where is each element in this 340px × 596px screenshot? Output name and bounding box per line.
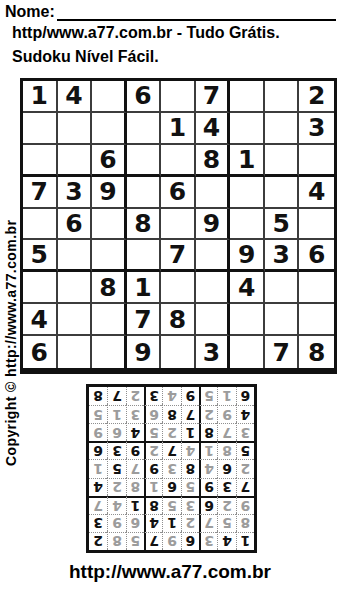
puzzle-cell-r3c2[interactable] [58, 145, 93, 177]
puzzle-cell-r5c2[interactable]: 6 [58, 209, 93, 241]
solution-cell-r4c9: 4 [89, 478, 107, 496]
puzzle-cell-r1c9[interactable]: 2 [299, 81, 334, 113]
solution-cell-r4c4: 5 [181, 478, 199, 496]
solution-cell-r6c4: 4 [181, 441, 199, 459]
name-label: Nome: [5, 2, 55, 21]
puzzle-cell-r8c9[interactable] [299, 304, 334, 336]
puzzle-cell-r8c4[interactable]: 7 [127, 304, 162, 336]
solution-cell-r5c8: 5 [107, 459, 125, 477]
solution-cell-r4c6: 1 [144, 478, 162, 496]
solution-cell-r2c2: 5 [217, 514, 235, 532]
solution-cell-r5c7: 7 [126, 459, 144, 477]
solution-cell-r2c9: 3 [89, 514, 107, 532]
puzzle-cell-r6c6[interactable] [196, 240, 231, 272]
solution-cell-r4c2: 3 [217, 478, 235, 496]
solution-cell-r7c1: 3 [236, 423, 254, 441]
puzzle-cell-r1c1[interactable]: 1 [23, 81, 58, 113]
solution-cell-r1c5: 9 [162, 532, 180, 550]
puzzle-cell-r3c3[interactable]: 6 [92, 145, 127, 177]
name-row: Nome: [5, 2, 336, 21]
solution-cell-r4c8: 2 [107, 478, 125, 496]
solution-cell-r5c2: 6 [217, 459, 235, 477]
puzzle-cell-r4c2[interactable]: 3 [58, 177, 93, 209]
solution-cell-r8c6: 6 [144, 405, 162, 423]
puzzle-cell-r1c7[interactable] [230, 81, 265, 113]
puzzle-cell-r5c3[interactable] [92, 209, 127, 241]
solution-cell-r1c3: 3 [199, 532, 217, 550]
solution-cell-r5c4: 8 [181, 459, 199, 477]
puzzle-cell-r8c7[interactable] [230, 304, 265, 336]
solution-cell-r8c8: 1 [107, 405, 125, 423]
solution-cell-r3c8: 4 [107, 496, 125, 514]
puzzle-cell-r8c5[interactable]: 8 [161, 304, 196, 336]
solution-cell-r6c5: 7 [162, 441, 180, 459]
solution-cell-r1c6: 7 [144, 532, 162, 550]
puzzle-cell-r7c6[interactable] [196, 272, 231, 304]
puzzle-cell-r7c4[interactable]: 1 [127, 272, 162, 304]
puzzle-cell-r2c8[interactable] [265, 113, 300, 145]
solution-cell-r2c1: 8 [236, 514, 254, 532]
puzzle-cell-r5c8[interactable]: 5 [265, 209, 300, 241]
solution-cell-r4c1: 7 [236, 478, 254, 496]
solution-cell-r8c5: 8 [162, 405, 180, 423]
puzzle-cell-r7c8[interactable] [265, 272, 300, 304]
puzzle-cell-r6c8[interactable]: 3 [265, 240, 300, 272]
solution-cell-r9c6: 3 [144, 387, 162, 405]
puzzle-cell-r3c9[interactable] [299, 145, 334, 177]
puzzle-cell-r9c4[interactable]: 9 [127, 336, 162, 368]
puzzle-cell-r3c4[interactable] [127, 145, 162, 177]
solution-cell-r9c1: 6 [236, 387, 254, 405]
puzzle-cell-r3c8[interactable] [265, 145, 300, 177]
solution-cell-r8c3: 2 [199, 405, 217, 423]
solution-cell-r6c1: 5 [236, 441, 254, 459]
solution-cell-r1c4: 6 [181, 532, 199, 550]
puzzle-level-title: Sudoku Nível Fácil. [12, 48, 159, 66]
puzzle-cell-r5c9[interactable] [299, 209, 334, 241]
solution-cell-r7c4: 1 [181, 423, 199, 441]
puzzle-cell-r2c1[interactable] [23, 113, 58, 145]
puzzle-cell-r8c8[interactable] [265, 304, 300, 336]
puzzle-cell-r7c5[interactable] [161, 272, 196, 304]
solution-cell-r5c5: 3 [162, 459, 180, 477]
solution-cell-r9c2: 1 [217, 387, 235, 405]
puzzle-cell-r9c8[interactable]: 7 [265, 336, 300, 368]
solution-cell-r6c8: 3 [107, 441, 125, 459]
solution-cell-r1c2: 4 [217, 532, 235, 550]
solution-cell-r8c2: 9 [217, 405, 235, 423]
puzzle-cell-r9c3[interactable] [92, 336, 127, 368]
solution-cell-r2c4: 2 [181, 514, 199, 532]
solution-cell-r9c3: 5 [199, 387, 217, 405]
puzzle-cell-r8c1[interactable]: 4 [23, 304, 58, 336]
solution-cell-r7c6: 5 [144, 423, 162, 441]
puzzle-cell-r3c7[interactable]: 1 [230, 145, 265, 177]
puzzle-cell-r7c7[interactable]: 4 [230, 272, 265, 304]
puzzle-cell-r3c6[interactable]: 8 [196, 145, 231, 177]
puzzle-cell-r1c8[interactable] [265, 81, 300, 113]
puzzle-cell-r4c1[interactable]: 7 [23, 177, 58, 209]
puzzle-cell-r5c1[interactable] [23, 209, 58, 241]
puzzle-cell-r8c3[interactable] [92, 304, 127, 336]
puzzle-cell-r9c6[interactable]: 3 [196, 336, 231, 368]
solution-cell-r6c7: 9 [126, 441, 144, 459]
puzzle-cell-r8c2[interactable] [58, 304, 93, 336]
puzzle-cell-r9c7[interactable] [230, 336, 265, 368]
puzzle-cell-r2c5[interactable]: 1 [161, 113, 196, 145]
puzzle-cell-r2c4[interactable] [127, 113, 162, 145]
solution-cell-r2c5: 1 [162, 514, 180, 532]
puzzle-cell-r6c1[interactable]: 5 [23, 240, 58, 272]
solution-cell-r5c3: 4 [199, 459, 217, 477]
puzzle-cell-r3c5[interactable] [161, 145, 196, 177]
puzzle-cell-r4c9[interactable]: 4 [299, 177, 334, 209]
solution-cell-r9c7: 2 [126, 387, 144, 405]
solution-cell-r8c1: 4 [236, 405, 254, 423]
solution-cell-r1c1: 1 [236, 532, 254, 550]
puzzle-cell-r3c1[interactable] [23, 145, 58, 177]
solution-cell-r8c7: 3 [126, 405, 144, 423]
solution-cell-r4c3: 9 [199, 478, 217, 496]
solution-cell-r5c1: 2 [236, 459, 254, 477]
solution-cell-r2c3: 7 [199, 514, 217, 532]
puzzle-cell-r4c4[interactable] [127, 177, 162, 209]
puzzle-cell-r2c3[interactable] [92, 113, 127, 145]
solution-cell-r6c6: 2 [144, 441, 162, 459]
solution-cell-r7c9: 9 [89, 423, 107, 441]
solution-cell-r9c4: 9 [181, 387, 199, 405]
solution-cell-r6c9: 6 [89, 441, 107, 459]
puzzle-cell-r1c5[interactable] [161, 81, 196, 113]
solution-cell-r4c7: 8 [126, 478, 144, 496]
solution-cell-r1c9: 2 [89, 532, 107, 550]
puzzle-cell-r1c6[interactable]: 7 [196, 81, 231, 113]
solution-cell-r3c9: 7 [89, 496, 107, 514]
puzzle-cell-r4c7[interactable] [230, 177, 265, 209]
solution-cell-r6c3: 1 [199, 441, 217, 459]
site-header: http/www.a77.com.br - Tudo Grátis. [12, 24, 280, 42]
solution-cell-r3c2: 2 [217, 496, 235, 514]
solution-cell-r2c8: 9 [107, 514, 125, 532]
puzzle-cell-r6c2[interactable] [58, 240, 93, 272]
puzzle-cell-r7c2[interactable] [58, 272, 93, 304]
puzzle-cell-r9c9[interactable]: 8 [299, 336, 334, 368]
puzzle-cell-r7c1[interactable] [23, 272, 58, 304]
solution-cell-r3c1: 9 [236, 496, 254, 514]
puzzle-cell-r1c4[interactable]: 6 [127, 81, 162, 113]
solution-cell-r3c6: 8 [144, 496, 162, 514]
solution-cell-r9c9: 8 [89, 387, 107, 405]
solution-cell-r7c2: 7 [217, 423, 235, 441]
puzzle-cell-r9c5[interactable] [161, 336, 196, 368]
puzzle-cell-r6c3[interactable] [92, 240, 127, 272]
puzzle-cell-r4c8[interactable] [265, 177, 300, 209]
puzzle-cell-r4c3[interactable]: 9 [92, 177, 127, 209]
puzzle-cell-r6c7[interactable]: 9 [230, 240, 265, 272]
puzzle-cell-r4c6[interactable] [196, 177, 231, 209]
solution-cell-r4c5: 6 [162, 478, 180, 496]
sudoku-puzzle-grid: 146721436817396468955793681447869378 [20, 78, 337, 374]
puzzle-cell-r7c3[interactable]: 8 [92, 272, 127, 304]
puzzle-cell-r2c7[interactable] [230, 113, 265, 145]
solution-cell-r8c4: 7 [181, 405, 199, 423]
solution-cell-r2c6: 4 [144, 514, 162, 532]
solution-cell-r8c9: 5 [89, 405, 107, 423]
puzzle-cell-r5c4[interactable]: 8 [127, 209, 162, 241]
solution-cell-r1c7: 5 [126, 532, 144, 550]
puzzle-cell-r6c4[interactable] [127, 240, 162, 272]
solution-cell-r9c8: 7 [107, 387, 125, 405]
name-fill-line[interactable] [57, 4, 336, 21]
solution-cell-r3c4: 3 [181, 496, 199, 514]
solution-cell-r3c5: 5 [162, 496, 180, 514]
solution-cell-r6c2: 8 [217, 441, 235, 459]
solution-cell-r9c5: 4 [162, 387, 180, 405]
puzzle-cell-r1c2[interactable]: 4 [58, 81, 93, 113]
puzzle-cell-r2c2[interactable] [58, 113, 93, 145]
solution-cell-r7c8: 6 [107, 423, 125, 441]
puzzle-cell-r9c2[interactable] [58, 336, 93, 368]
puzzle-cell-r8c6[interactable] [196, 304, 231, 336]
puzzle-cell-r4c5[interactable]: 6 [161, 177, 196, 209]
copyright-vertical-text: Copyright © http://www.a77.com.br [3, 220, 19, 466]
solution-cell-r1c8: 8 [107, 532, 125, 550]
puzzle-cell-r7c9[interactable] [299, 272, 334, 304]
solution-cell-r7c5: 2 [162, 423, 180, 441]
puzzle-cell-r2c9[interactable]: 3 [299, 113, 334, 145]
puzzle-cell-r6c5[interactable]: 7 [161, 240, 196, 272]
solution-cell-r7c7: 4 [126, 423, 144, 441]
sudoku-solution-grid-rotated-180: 1436975828572146939263581477395618242648… [86, 384, 257, 553]
solution-cell-r3c7: 1 [126, 496, 144, 514]
puzzle-cell-r5c7[interactable] [230, 209, 265, 241]
puzzle-cell-r6c9[interactable]: 6 [299, 240, 334, 272]
puzzle-cell-r5c5[interactable] [161, 209, 196, 241]
puzzle-cell-r1c3[interactable] [92, 81, 127, 113]
solution-cell-r2c7: 6 [126, 514, 144, 532]
puzzle-cell-r2c6[interactable]: 4 [196, 113, 231, 145]
solution-cell-r3c3: 6 [199, 496, 217, 514]
footer-url: http://www.a77.com.br [0, 561, 340, 583]
puzzle-cell-r5c6[interactable]: 9 [196, 209, 231, 241]
solution-cell-r5c6: 9 [144, 459, 162, 477]
puzzle-cell-r9c1[interactable]: 6 [23, 336, 58, 368]
solution-cell-r7c3: 8 [199, 423, 217, 441]
solution-cell-r5c9: 1 [89, 459, 107, 477]
